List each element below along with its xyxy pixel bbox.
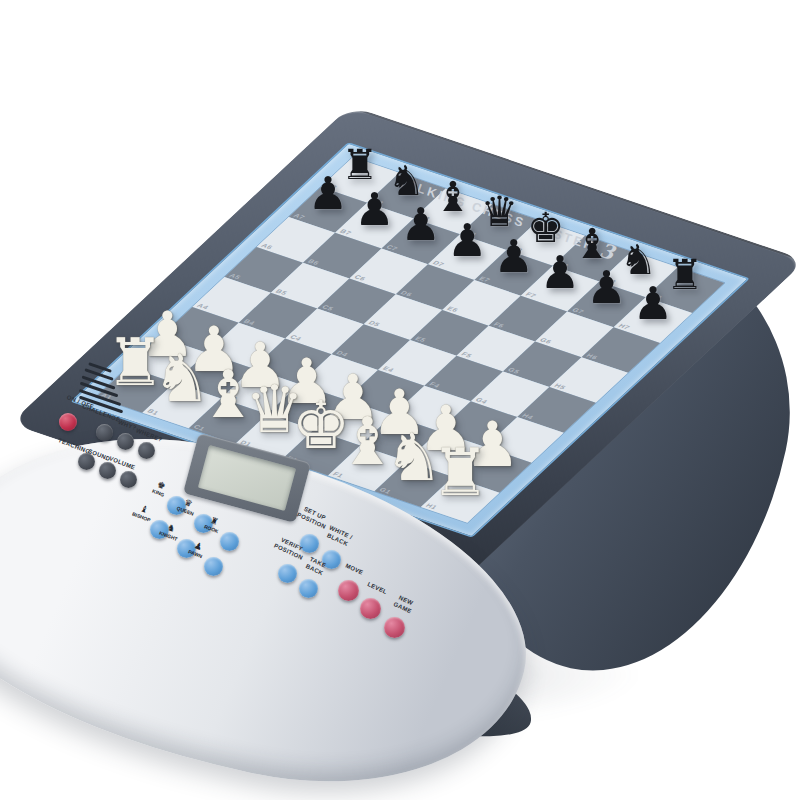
piece-white-rook[interactable]: ♜ [427, 440, 493, 506]
piece-black-pawn[interactable]: ♟ [491, 234, 536, 279]
take-back-key[interactable] [299, 579, 318, 598]
lcd-display [198, 445, 296, 511]
piece-black-pawn[interactable]: ♟ [630, 281, 675, 326]
why-key[interactable] [117, 433, 134, 450]
piece-black-pawn[interactable]: ♟ [538, 250, 583, 295]
piece-black-pawn[interactable]: ♟ [352, 187, 397, 232]
volume-key[interactable] [120, 471, 137, 488]
piece-black-pawn[interactable]: ♟ [584, 265, 629, 310]
where-key[interactable] [138, 442, 155, 459]
pawn-key[interactable] [204, 557, 223, 576]
challenge-key[interactable] [96, 424, 113, 441]
scene: { "game": "chess", "device": { "name": "… [0, 0, 800, 800]
rook-key[interactable] [220, 532, 239, 551]
piece-black-pawn[interactable]: ♟ [305, 171, 350, 216]
new-game-key[interactable] [384, 617, 405, 638]
piece-black-pawn[interactable]: ♟ [445, 218, 490, 263]
piece-black-pawn[interactable]: ♟ [398, 202, 443, 247]
power-key[interactable] [59, 413, 77, 431]
verify-position-key[interactable] [278, 564, 297, 583]
